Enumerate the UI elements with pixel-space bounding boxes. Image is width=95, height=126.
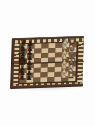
piece-white-pawn: ♟	[58, 59, 70, 66]
piece-white-queen: ♛	[66, 51, 78, 61]
piece-white-pawn: ♟	[58, 68, 70, 75]
pieces-layer: ♜♞♝♛♚♝♞♜♟♟♟♟♟♟♟♟♟♟♟♟♟♟♟♟♜♞♝♛♚♝♞♜	[0, 0, 95, 126]
piece-black-pawn: ♟	[23, 65, 35, 72]
piece-black-pawn: ♟	[24, 55, 36, 62]
piece-black-knight: ♞	[16, 68, 28, 77]
product-photo-chess-set: ♜♞♝♛♚♝♞♜♟♟♟♟♟♟♟♟♟♟♟♟♟♟♟♟♜♞♝♛♚♝♞♜	[0, 0, 95, 126]
piece-black-bishop: ♝	[16, 63, 28, 72]
piece-black-king: ♚	[16, 56, 28, 67]
piece-white-pawn: ♟	[58, 64, 70, 71]
piece-black-pawn: ♟	[23, 70, 35, 77]
piece-white-pawn: ♟	[59, 44, 71, 51]
piece-white-pawn: ♟	[59, 49, 71, 56]
piece-black-pawn: ♟	[24, 41, 36, 48]
piece-white-knight: ♞	[66, 43, 78, 52]
piece-black-pawn: ♟	[23, 75, 35, 82]
piece-white-king: ♚	[65, 55, 77, 66]
piece-black-queen: ♛	[17, 52, 29, 62]
piece-white-rook: ♜	[66, 38, 78, 46]
piece-white-pawn: ♟	[59, 39, 71, 46]
piece-black-rook: ♜	[16, 74, 28, 82]
piece-black-rook: ♜	[17, 40, 29, 48]
piece-white-pawn: ♟	[59, 54, 71, 61]
piece-black-bishop: ♝	[17, 49, 29, 58]
piece-black-pawn: ♟	[24, 50, 36, 57]
piece-white-bishop: ♝	[66, 47, 78, 56]
piece-black-pawn: ♟	[24, 46, 36, 53]
piece-white-pawn: ♟	[58, 73, 70, 80]
piece-black-knight: ♞	[17, 44, 29, 53]
piece-white-knight: ♞	[65, 67, 77, 76]
piece-black-pawn: ♟	[23, 60, 35, 67]
piece-white-rook: ♜	[65, 72, 77, 80]
piece-white-bishop: ♝	[65, 61, 77, 70]
